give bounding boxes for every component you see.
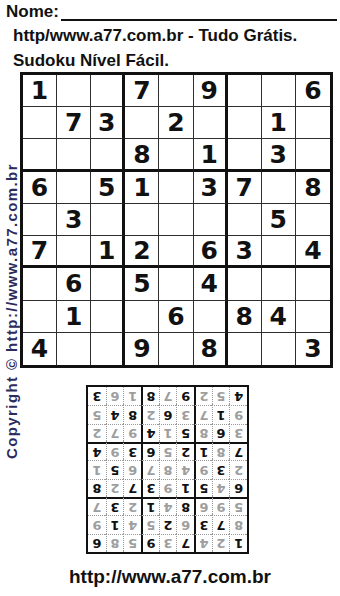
solution-cell: 7 xyxy=(106,424,124,442)
sudoku-cell xyxy=(91,333,125,365)
sudoku-cell xyxy=(57,139,91,171)
solution-cell: 5 xyxy=(229,497,247,515)
sudoku-puzzle-grid: 179673218136513783571263465416844983 xyxy=(20,72,333,368)
sudoku-cell: 8 xyxy=(194,333,228,365)
solution-cell: 8 xyxy=(212,442,230,460)
sudoku-cell xyxy=(125,204,159,236)
solution-cell: 4 xyxy=(176,460,194,478)
sudoku-cell: 3 xyxy=(228,236,262,268)
sudoku-cell: 6 xyxy=(159,301,193,333)
solution-cell: 3 xyxy=(194,515,212,533)
sudoku-cell: 2 xyxy=(159,107,193,139)
sudoku-cell xyxy=(159,333,193,365)
solution-cell: 3 xyxy=(176,405,194,423)
solution-cell: 6 xyxy=(229,479,247,497)
sudoku-cell xyxy=(262,268,296,300)
sudoku-cell: 8 xyxy=(296,172,330,204)
sudoku-cell: 5 xyxy=(262,204,296,236)
sudoku-cell xyxy=(91,139,125,171)
solution-cell: 9 xyxy=(229,405,247,423)
solution-cell: 2 xyxy=(141,405,159,423)
solution-cell: 9 xyxy=(141,534,159,552)
sudoku-cell xyxy=(194,301,228,333)
sudoku-cell xyxy=(296,268,330,300)
sudoku-cell xyxy=(91,75,125,107)
solution-cell: 8 xyxy=(88,479,106,497)
puzzle-level-title: Sudoku Nível Fácil. xyxy=(13,51,169,71)
solution-cell: 8 xyxy=(106,534,124,552)
solution-cell: 5 xyxy=(88,405,106,423)
sudoku-cell xyxy=(296,301,330,333)
solution-cell: 7 xyxy=(212,515,230,533)
solution-cell: 4 xyxy=(229,387,247,405)
sudoku-cell xyxy=(262,75,296,107)
sudoku-cell: 9 xyxy=(125,333,159,365)
solution-cell: 9 xyxy=(123,424,141,442)
sudoku-cell xyxy=(57,172,91,204)
solution-cell: 9 xyxy=(88,515,106,533)
sudoku-cell xyxy=(228,75,262,107)
sudoku-cell xyxy=(125,301,159,333)
solution-cell: 4 xyxy=(194,534,212,552)
sudoku-cell: 3 xyxy=(296,333,330,365)
solution-cell: 3 xyxy=(141,479,159,497)
sudoku-cell xyxy=(159,172,193,204)
solution-cell: 5 xyxy=(123,534,141,552)
solution-cell: 8 xyxy=(159,460,177,478)
footer-url: http://www.a77.com.br xyxy=(0,566,340,588)
solution-cell: 5 xyxy=(106,460,124,478)
solution-cell: 1 xyxy=(141,497,159,515)
solution-cell: 5 xyxy=(159,442,177,460)
sudoku-cell: 4 xyxy=(194,268,228,300)
sudoku-cell xyxy=(23,268,57,300)
solution-cell: 7 xyxy=(159,387,177,405)
sudoku-cell xyxy=(228,107,262,139)
solution-cell: 8 xyxy=(141,387,159,405)
solution-cell: 1 xyxy=(88,460,106,478)
solution-cell: 9 xyxy=(159,479,177,497)
sudoku-cell: 6 xyxy=(296,75,330,107)
sudoku-cell: 1 xyxy=(23,75,57,107)
solution-cell: 1 xyxy=(229,534,247,552)
sudoku-cell: 4 xyxy=(262,301,296,333)
solution-cell: 7 xyxy=(141,460,159,478)
copyright-vertical-text: Copyright © http://www.a77.com.br xyxy=(3,163,20,459)
sudoku-cell: 1 xyxy=(194,139,228,171)
sudoku-cell: 2 xyxy=(125,236,159,268)
solution-cell: 2 xyxy=(212,534,230,552)
solution-cell: 3 xyxy=(212,460,230,478)
solution-cell: 9 xyxy=(212,497,230,515)
sudoku-cell: 3 xyxy=(91,107,125,139)
solution-cell: 8 xyxy=(229,515,247,533)
sudoku-cell xyxy=(91,268,125,300)
sudoku-cell xyxy=(23,107,57,139)
solution-cell: 4 xyxy=(88,442,106,460)
sudoku-cell xyxy=(159,139,193,171)
solution-cell: 8 xyxy=(123,405,141,423)
sudoku-cell: 3 xyxy=(262,139,296,171)
solution-cell: 9 xyxy=(194,460,212,478)
sudoku-cell xyxy=(228,333,262,365)
solution-cell: 7 xyxy=(194,405,212,423)
solution-cell: 1 xyxy=(212,405,230,423)
sudoku-cell: 4 xyxy=(23,333,57,365)
solution-cell: 2 xyxy=(123,497,141,515)
sudoku-cell xyxy=(125,107,159,139)
solution-cell: 1 xyxy=(176,479,194,497)
sudoku-solution-grid-rotated: 1247395868736254195968412376451937282394… xyxy=(86,385,249,554)
name-underline xyxy=(61,2,337,21)
sudoku-cell xyxy=(91,301,125,333)
sudoku-worksheet-page: Nome: http/www.a77.com.br - Tudo Grátis.… xyxy=(0,0,340,596)
sudoku-cell: 7 xyxy=(23,236,57,268)
sudoku-cell xyxy=(159,75,193,107)
solution-cell: 4 xyxy=(159,497,177,515)
solution-cell: 9 xyxy=(106,442,124,460)
sudoku-cell: 4 xyxy=(296,236,330,268)
solution-cell: 2 xyxy=(88,424,106,442)
solution-cell: 5 xyxy=(212,387,230,405)
solution-cell: 6 xyxy=(123,460,141,478)
sudoku-cell: 9 xyxy=(194,75,228,107)
sudoku-cell: 3 xyxy=(194,172,228,204)
name-label: Nome: xyxy=(6,2,59,21)
name-row: Nome: xyxy=(6,2,337,21)
sudoku-cell xyxy=(228,204,262,236)
solution-cell: 6 xyxy=(176,515,194,533)
sudoku-cell xyxy=(91,204,125,236)
solution-cell: 3 xyxy=(229,424,247,442)
solution-cell: 8 xyxy=(194,424,212,442)
sudoku-cell xyxy=(57,236,91,268)
sudoku-cell xyxy=(159,268,193,300)
sudoku-cell xyxy=(23,301,57,333)
solution-cell: 6 xyxy=(141,442,159,460)
solution-cell: 2 xyxy=(229,460,247,478)
sudoku-cell: 1 xyxy=(262,107,296,139)
solution-cell: 9 xyxy=(176,387,194,405)
solution-cell: 2 xyxy=(176,442,194,460)
sudoku-cell: 8 xyxy=(125,139,159,171)
solution-cell: 1 xyxy=(159,424,177,442)
solution-cell: 1 xyxy=(194,442,212,460)
solution-cell: 4 xyxy=(106,405,124,423)
solution-cell: 3 xyxy=(123,442,141,460)
solution-cell: 6 xyxy=(106,387,124,405)
solution-cell: 7 xyxy=(123,479,141,497)
sudoku-cell xyxy=(23,204,57,236)
solution-cell: 5 xyxy=(176,424,194,442)
sudoku-cell xyxy=(296,139,330,171)
sudoku-cell xyxy=(262,333,296,365)
solution-cell: 6 xyxy=(194,497,212,515)
sudoku-cell xyxy=(296,204,330,236)
sudoku-cell: 1 xyxy=(125,172,159,204)
solution-cell: 5 xyxy=(141,515,159,533)
sudoku-cell: 5 xyxy=(125,268,159,300)
sudoku-cell xyxy=(296,107,330,139)
sudoku-cell xyxy=(159,236,193,268)
sudoku-cell xyxy=(262,236,296,268)
solution-cell: 6 xyxy=(88,534,106,552)
sudoku-cell xyxy=(23,139,57,171)
sudoku-cell: 7 xyxy=(57,107,91,139)
sudoku-cell xyxy=(194,204,228,236)
solution-cell: 8 xyxy=(176,497,194,515)
solution-cell: 2 xyxy=(106,479,124,497)
solution-cell: 2 xyxy=(194,387,212,405)
sudoku-cell xyxy=(228,268,262,300)
sudoku-cell: 5 xyxy=(91,172,125,204)
solution-cell: 3 xyxy=(88,387,106,405)
sudoku-cell xyxy=(228,139,262,171)
site-tagline: http/www.a77.com.br - Tudo Grátis. xyxy=(13,26,297,46)
solution-cell: 6 xyxy=(159,405,177,423)
sudoku-cell: 3 xyxy=(57,204,91,236)
sudoku-cell xyxy=(159,204,193,236)
sudoku-cell xyxy=(57,75,91,107)
solution-cell: 7 xyxy=(176,534,194,552)
sudoku-cell: 6 xyxy=(57,268,91,300)
solution-cell: 5 xyxy=(194,479,212,497)
solution-cell: 7 xyxy=(88,497,106,515)
sudoku-cell: 7 xyxy=(228,172,262,204)
sudoku-cell: 1 xyxy=(57,301,91,333)
sudoku-cell: 8 xyxy=(228,301,262,333)
solution-cell: 7 xyxy=(229,442,247,460)
solution-cell: 6 xyxy=(212,424,230,442)
solution-cell: 4 xyxy=(141,424,159,442)
solution-cell: 3 xyxy=(106,497,124,515)
solution-cell: 3 xyxy=(159,534,177,552)
sudoku-cell xyxy=(262,172,296,204)
solution-cell: 1 xyxy=(123,387,141,405)
sudoku-cell: 6 xyxy=(23,172,57,204)
sudoku-cell xyxy=(57,333,91,365)
sudoku-cell: 1 xyxy=(91,236,125,268)
sudoku-cell: 7 xyxy=(125,75,159,107)
solution-cell: 1 xyxy=(106,515,124,533)
solution-cell: 4 xyxy=(123,515,141,533)
solution-cell: 2 xyxy=(159,515,177,533)
sudoku-cell: 6 xyxy=(194,236,228,268)
sudoku-cell xyxy=(194,107,228,139)
solution-cell: 4 xyxy=(212,479,230,497)
